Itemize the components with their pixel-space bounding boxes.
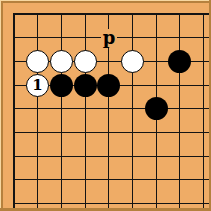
grid-line-horizontal: [13, 179, 209, 180]
black-stone: [74, 74, 97, 97]
white-stone: [74, 50, 97, 73]
grid-line-horizontal: [13, 132, 209, 133]
frame-edge-right: [209, 0, 211, 211]
grid-line-horizontal: [13, 108, 209, 109]
white-stone: [50, 50, 73, 73]
go-board-diagram: p1: [0, 0, 211, 211]
black-stone: [97, 74, 120, 97]
white-stone: [26, 50, 49, 73]
point-label-p: p: [101, 29, 117, 47]
grid-line-horizontal: [13, 203, 209, 204]
white-stone: [121, 50, 144, 73]
white-stone-move-1: 1: [26, 74, 49, 97]
frame-edge-left: [1, 1, 3, 211]
grid-line-horizontal: [13, 156, 209, 157]
board-edge-line-horizontal: [13, 13, 209, 15]
frame-edge-top: [1, 1, 211, 3]
frame-edge-bottom: [0, 208, 211, 211]
black-stone: [145, 97, 168, 120]
black-stone: [50, 74, 73, 97]
black-stone: [168, 50, 191, 73]
